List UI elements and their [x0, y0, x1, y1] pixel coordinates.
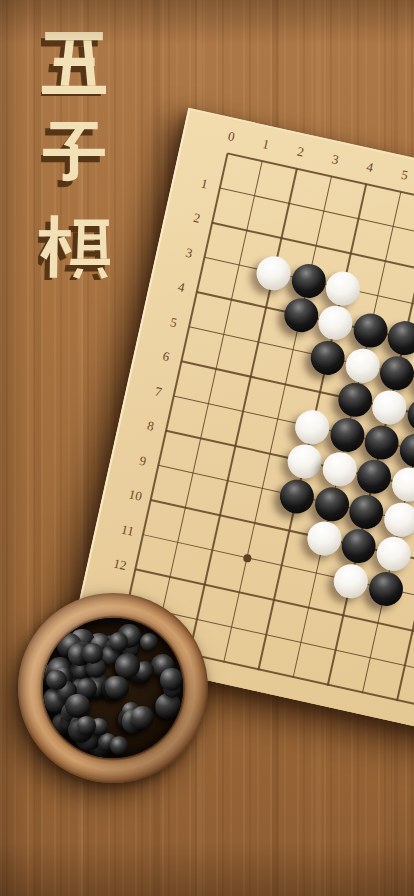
stone-black: [384, 318, 414, 359]
bowl-stone: [46, 670, 66, 690]
row-label-8: 8: [146, 418, 156, 435]
bowl-stone: [82, 643, 103, 664]
row-label-12: 12: [112, 556, 128, 574]
stone-white: [315, 302, 356, 343]
row-label-11: 11: [120, 521, 136, 539]
bowl-stone: [65, 694, 90, 719]
stone-white: [284, 441, 325, 482]
stone-black: [361, 422, 402, 463]
stone-white: [331, 560, 372, 601]
app-title-text: 五子棋: [38, 30, 39, 31]
app-title: 五子棋: [38, 30, 110, 304]
stone-black: [327, 414, 368, 455]
gomoku-splash-screen: 012345123456789101112 五子棋: [0, 0, 414, 896]
bowl-stones: [43, 618, 183, 758]
bowl-stone: [110, 736, 129, 755]
col-label-3: 3: [330, 151, 340, 168]
col-label-5: 5: [400, 167, 410, 184]
stone-white: [304, 518, 345, 559]
row-label-5: 5: [169, 314, 179, 331]
stone-white: [323, 268, 364, 309]
bowl-stone: [160, 668, 183, 691]
stone-black: [288, 260, 329, 301]
stone-white: [254, 252, 295, 293]
stone-white: [388, 464, 414, 505]
row-label-1: 1: [200, 175, 210, 192]
row-label-2: 2: [192, 210, 202, 227]
row-label-3: 3: [184, 244, 194, 261]
stone-black: [365, 568, 406, 609]
stone-bowl: [18, 593, 208, 783]
title-char-zi: [41, 120, 107, 188]
bowl-stone: [140, 633, 158, 651]
row-label-9: 9: [138, 452, 148, 469]
stone-black: [350, 310, 391, 351]
row-label-7: 7: [153, 383, 163, 400]
stone-white: [369, 387, 410, 428]
title-char-qi: [38, 212, 110, 280]
stone-black: [346, 491, 387, 532]
stone-black: [377, 353, 414, 394]
col-label-1: 1: [261, 136, 271, 153]
stone-black: [334, 379, 375, 420]
stone-black: [311, 483, 352, 524]
stone-black: [280, 295, 321, 336]
row-label-10: 10: [127, 486, 143, 504]
bowl-stone: [131, 706, 155, 730]
stone-black: [277, 476, 318, 517]
bowl-stone: [105, 676, 128, 699]
stone-black: [338, 526, 379, 567]
stone-white: [342, 345, 383, 386]
stone-black: [396, 430, 414, 471]
col-label-2: 2: [296, 144, 306, 161]
title-char-wu: [41, 30, 107, 96]
star-point: [242, 553, 252, 563]
bowl-stone: [77, 716, 97, 736]
row-label-4: 4: [176, 279, 186, 296]
col-label-0: 0: [226, 128, 236, 145]
row-label-6: 6: [161, 348, 171, 365]
stone-white: [292, 406, 333, 447]
stone-white: [381, 499, 414, 540]
col-label-4: 4: [365, 159, 375, 176]
stone-white: [319, 449, 360, 490]
stone-black: [307, 337, 348, 378]
stone-black: [354, 456, 395, 497]
stone-white: [373, 533, 414, 574]
